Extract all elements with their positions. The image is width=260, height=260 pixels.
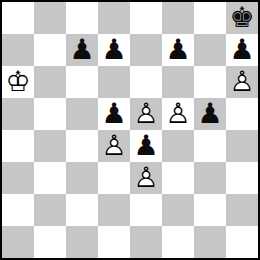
black-king-h8: ♚ (226, 2, 258, 34)
square-g7[interactable] (194, 34, 226, 66)
square-e1[interactable] (130, 226, 162, 258)
square-g8[interactable] (194, 2, 226, 34)
square-h8[interactable]: ♚ (226, 2, 258, 34)
square-c7[interactable]: ♟ (66, 34, 98, 66)
square-g1[interactable] (194, 226, 226, 258)
square-g3[interactable] (194, 162, 226, 194)
square-e7[interactable] (130, 34, 162, 66)
square-g4[interactable] (194, 130, 226, 162)
square-a6[interactable]: ♚♔ (2, 66, 34, 98)
black-pawn-d5: ♟ (98, 98, 130, 130)
black-pawn-f7: ♟ (162, 34, 194, 66)
chess-board: ♚♟♟♟♟♚♔♟♙♟♟♙♟♙♟♟♙♟♟♙ (0, 0, 260, 260)
square-h2[interactable] (226, 194, 258, 226)
square-a2[interactable] (2, 194, 34, 226)
square-c2[interactable] (66, 194, 98, 226)
square-f6[interactable] (162, 66, 194, 98)
square-d3[interactable] (98, 162, 130, 194)
square-h6[interactable]: ♟♙ (226, 66, 258, 98)
square-a8[interactable] (2, 2, 34, 34)
white-pawn-e3: ♟♙ (130, 162, 162, 194)
white-pawn-e5: ♟♙ (130, 98, 162, 130)
square-b3[interactable] (34, 162, 66, 194)
square-h4[interactable] (226, 130, 258, 162)
square-d1[interactable] (98, 226, 130, 258)
white-king-a6: ♚♔ (2, 66, 34, 98)
black-pawn-c7: ♟ (66, 34, 98, 66)
square-f4[interactable] (162, 130, 194, 162)
square-f8[interactable] (162, 2, 194, 34)
square-d2[interactable] (98, 194, 130, 226)
square-b2[interactable] (34, 194, 66, 226)
square-d5[interactable]: ♟ (98, 98, 130, 130)
square-c4[interactable] (66, 130, 98, 162)
square-g6[interactable] (194, 66, 226, 98)
square-g2[interactable] (194, 194, 226, 226)
square-h7[interactable]: ♟ (226, 34, 258, 66)
square-d7[interactable]: ♟ (98, 34, 130, 66)
square-e8[interactable] (130, 2, 162, 34)
square-f3[interactable] (162, 162, 194, 194)
black-pawn-d7: ♟ (98, 34, 130, 66)
square-b8[interactable] (34, 2, 66, 34)
square-a4[interactable] (2, 130, 34, 162)
square-c5[interactable] (66, 98, 98, 130)
square-c8[interactable] (66, 2, 98, 34)
square-b5[interactable] (34, 98, 66, 130)
square-f5[interactable]: ♟♙ (162, 98, 194, 130)
square-f2[interactable] (162, 194, 194, 226)
square-a1[interactable] (2, 226, 34, 258)
square-b7[interactable] (34, 34, 66, 66)
square-c3[interactable] (66, 162, 98, 194)
square-a7[interactable] (2, 34, 34, 66)
square-e6[interactable] (130, 66, 162, 98)
square-f1[interactable] (162, 226, 194, 258)
square-h3[interactable] (226, 162, 258, 194)
square-b4[interactable] (34, 130, 66, 162)
square-g5[interactable]: ♟ (194, 98, 226, 130)
square-e5[interactable]: ♟♙ (130, 98, 162, 130)
square-a5[interactable] (2, 98, 34, 130)
white-pawn-d4: ♟♙ (98, 130, 130, 162)
square-d6[interactable] (98, 66, 130, 98)
square-e3[interactable]: ♟♙ (130, 162, 162, 194)
square-c1[interactable] (66, 226, 98, 258)
square-d8[interactable] (98, 2, 130, 34)
black-pawn-h7: ♟ (226, 34, 258, 66)
square-d4[interactable]: ♟♙ (98, 130, 130, 162)
white-pawn-h6: ♟♙ (226, 66, 258, 98)
square-e2[interactable] (130, 194, 162, 226)
square-c6[interactable] (66, 66, 98, 98)
square-a3[interactable] (2, 162, 34, 194)
square-f7[interactable]: ♟ (162, 34, 194, 66)
square-b6[interactable] (34, 66, 66, 98)
white-pawn-f5: ♟♙ (162, 98, 194, 130)
square-b1[interactable] (34, 226, 66, 258)
square-e4[interactable]: ♟ (130, 130, 162, 162)
black-pawn-g5: ♟ (194, 98, 226, 130)
square-h5[interactable] (226, 98, 258, 130)
black-pawn-e4: ♟ (130, 130, 162, 162)
square-h1[interactable] (226, 226, 258, 258)
